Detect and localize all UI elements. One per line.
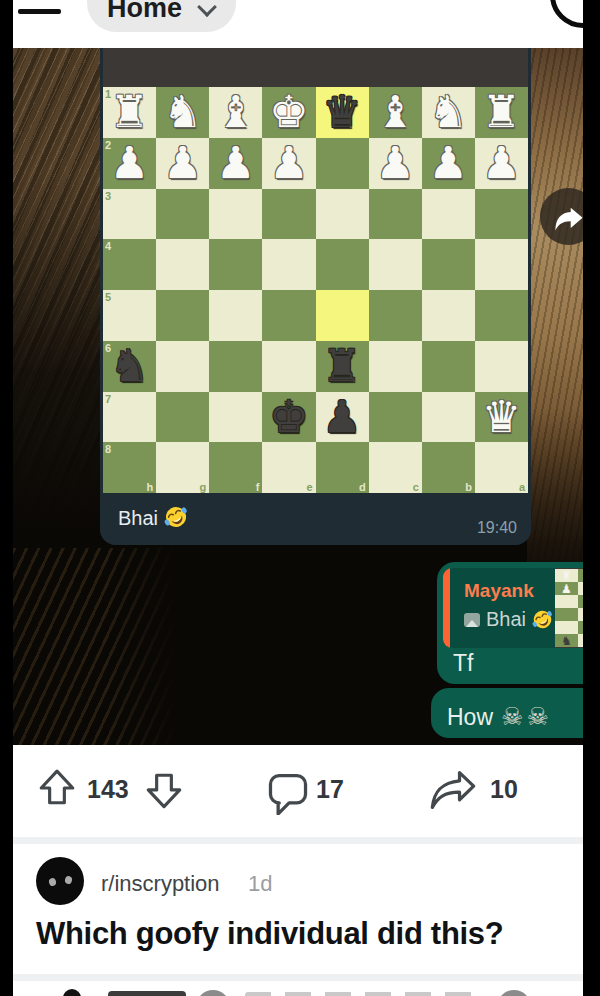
square-e1: ♚	[262, 87, 315, 138]
reddit-top-bar: Home	[13, 0, 583, 48]
black-king-e7: ♚	[269, 395, 308, 439]
square-h1: ♜1	[103, 87, 156, 138]
square-d5	[316, 290, 369, 341]
rank-label-1: 1	[105, 88, 111, 100]
black-queen-d1: ♛	[322, 90, 361, 134]
partial-dashes	[245, 992, 475, 996]
square-h4: 4	[103, 239, 156, 290]
message-time: 19:40	[477, 519, 517, 537]
square-e8: e	[262, 442, 315, 493]
square-e5	[262, 290, 315, 341]
square-b8: b	[422, 442, 475, 493]
file-label-a: a	[519, 481, 525, 493]
wood-wallpaper-bottom	[13, 548, 183, 745]
square-e3	[262, 189, 315, 240]
thumb-piece: ♞	[561, 635, 572, 647]
file-label-b: b	[465, 481, 472, 493]
upvote-button[interactable]	[35, 767, 79, 809]
square-g4	[156, 239, 209, 290]
square-a2: ♟	[475, 138, 528, 189]
upvote-count: 143	[87, 775, 129, 804]
square-e2: ♟	[262, 138, 315, 189]
share-count: 10	[490, 775, 518, 804]
square-a4	[475, 239, 528, 290]
black-knight-h6: ♞	[110, 344, 149, 388]
forward-arrow-icon	[552, 200, 584, 234]
file-label-d: d	[359, 481, 366, 493]
square-a1: ♜	[475, 87, 528, 138]
thumb-square	[578, 621, 583, 634]
next-content-partial-row	[13, 981, 583, 996]
thumb-square: ♞	[555, 634, 578, 647]
white-pawn-e2: ♟	[269, 141, 308, 185]
thumb-piece: ♜	[561, 570, 572, 582]
quoted-board-thumbnail: ♜♞♟♟♞	[555, 568, 583, 648]
square-f2: ♟	[209, 138, 262, 189]
square-c4	[369, 239, 422, 290]
avatar-eye	[48, 877, 57, 887]
thumb-square	[555, 621, 578, 634]
rank-label-8: 8	[105, 443, 111, 455]
white-pawn-f2: ♟	[216, 141, 255, 185]
square-a3	[475, 189, 528, 240]
square-a5	[475, 290, 528, 341]
file-label-g: g	[200, 481, 207, 493]
file-label-e: e	[306, 481, 312, 493]
square-e6	[262, 341, 315, 392]
home-feed-selector[interactable]: Home	[87, 0, 236, 32]
white-knight-b1: ♞	[429, 90, 468, 134]
square-h2: ♟2	[103, 138, 156, 189]
wood-wallpaper-left	[13, 48, 109, 608]
square-g5	[156, 290, 209, 341]
reply-text: How☠☠ 19	[447, 702, 583, 731]
square-c3	[369, 189, 422, 240]
white-king-e1: ♚	[269, 90, 308, 134]
rank-label-4: 4	[105, 240, 111, 252]
chat-bubble-incoming: ♜1♞♝♚♛♝♞♜♟2♟♟♟♟♟♟345♞6♜7♚♟♛8hgfedcba Bha…	[100, 48, 531, 545]
file-label-c: c	[413, 481, 419, 493]
rank-label-2: 2	[105, 139, 111, 151]
home-label: Home	[107, 0, 182, 24]
square-f4	[209, 239, 262, 290]
reply-text: Tf 19	[453, 650, 583, 677]
square-g7	[156, 392, 209, 443]
message-caption-bar: Bhai 19:40	[100, 493, 531, 545]
post-title[interactable]: Which goofy individual did this?	[36, 916, 503, 952]
quote-text: Bhai	[464, 608, 553, 631]
square-c6	[369, 341, 422, 392]
chevron-down-icon	[197, 0, 217, 17]
square-h3: 3	[103, 189, 156, 240]
thumb-square	[555, 608, 578, 621]
square-d4	[316, 239, 369, 290]
square-f8: f	[209, 442, 262, 493]
square-f3	[209, 189, 262, 240]
white-bishop-c1: ♝	[375, 90, 414, 134]
share-button[interactable]	[428, 768, 478, 812]
thumb-square: ♞	[578, 569, 583, 582]
post-image-chess-chat[interactable]: ♜1♞♝♚♛♝♞♜♟2♟♟♟♟♟♟345♞6♜7♚♟♛8hgfedcba Bha…	[13, 48, 583, 745]
rank-label-3: 3	[105, 190, 111, 202]
subreddit-name[interactable]: r/inscryption	[101, 871, 220, 897]
partial-circle	[196, 990, 230, 996]
white-pawn-c2: ♟	[375, 141, 414, 185]
avatar-eye	[64, 875, 73, 885]
rofl-laughing-emoji	[164, 505, 188, 529]
black-rook-d6: ♜	[322, 344, 361, 388]
square-a8: a	[475, 442, 528, 493]
file-label-h: h	[146, 481, 153, 493]
thumb-square	[578, 634, 583, 647]
chat-bubble-reply-tf: Mayank Bhai ♜♞♟♟♞ Tf 19	[437, 562, 583, 684]
square-b4	[422, 239, 475, 290]
photo-icon	[464, 613, 480, 627]
square-g3	[156, 189, 209, 240]
quote-accent-bar	[443, 568, 450, 648]
partial-dot	[63, 989, 81, 996]
square-c5	[369, 290, 422, 341]
square-f7	[209, 392, 262, 443]
white-pawn-h2: ♟	[110, 141, 149, 185]
chess-board: ♜1♞♝♚♛♝♞♜♟2♟♟♟♟♟♟345♞6♜7♚♟♛8hgfedcba	[103, 87, 528, 493]
app-content: Home ♜1♞♝♚♛♝♞♜♟2♟♟♟♟♟♟345♞6♜7♚♟♛8hgfedcb…	[13, 0, 583, 996]
thumb-square	[578, 608, 583, 621]
white-bishop-f1: ♝	[216, 90, 255, 134]
square-f1: ♝	[209, 87, 262, 138]
square-d3	[316, 189, 369, 240]
square-c8: c	[369, 442, 422, 493]
white-pawn-g2: ♟	[163, 141, 202, 185]
rofl-laughing-emoji	[532, 609, 553, 630]
board-app-header-strip	[103, 48, 528, 87]
square-d1: ♛	[316, 87, 369, 138]
white-rook-a1: ♜	[482, 90, 521, 134]
square-a7: ♛	[475, 392, 528, 443]
chat-bubble-reply-how: How☠☠ 19	[431, 688, 583, 738]
square-d7: ♟	[316, 392, 369, 443]
square-b2: ♟	[422, 138, 475, 189]
partial-circle	[497, 990, 531, 996]
next-post: r/inscryption 1d Which goofy individual …	[13, 844, 583, 974]
white-pawn-a2: ♟	[482, 141, 521, 185]
square-e4	[262, 239, 315, 290]
white-knight-g1: ♞	[163, 90, 202, 134]
rank-label-7: 7	[105, 393, 111, 405]
thumb-square	[555, 595, 578, 608]
profile-avatar-ring[interactable]	[550, 0, 583, 28]
thumb-square	[578, 595, 583, 608]
square-f6	[209, 341, 262, 392]
white-queen-a7: ♛	[482, 395, 521, 439]
skull-emoji: ☠☠	[501, 702, 552, 731]
square-d6: ♜	[316, 341, 369, 392]
square-g6	[156, 341, 209, 392]
phone-screenshot: Home ♜1♞♝♚♛♝♞♜♟2♟♟♟♟♟♟345♞6♜7♚♟♛8hgfedcb…	[0, 0, 600, 996]
quoted-message: Mayank Bhai ♜♞♟♟♞	[443, 568, 583, 648]
square-c2: ♟	[369, 138, 422, 189]
square-b1: ♞	[422, 87, 475, 138]
square-g2: ♟	[156, 138, 209, 189]
post-divider	[13, 837, 583, 844]
post-action-bar: 143 17 10	[13, 745, 583, 837]
partial-bar	[108, 991, 186, 996]
square-b6	[422, 341, 475, 392]
post-divider	[13, 974, 583, 981]
rank-label-6: 6	[105, 342, 111, 354]
thumb-square: ♟	[578, 582, 583, 595]
menu-icon[interactable]	[18, 9, 61, 14]
thumb-square: ♟	[555, 582, 578, 595]
square-f5	[209, 290, 262, 341]
square-h6: ♞6	[103, 341, 156, 392]
post-age: 1d	[248, 871, 272, 897]
square-e7: ♚	[262, 392, 315, 443]
quote-author: Mayank	[464, 580, 534, 602]
comment-button[interactable]	[265, 769, 311, 815]
square-d2	[316, 138, 369, 189]
square-a6	[475, 341, 528, 392]
square-g1: ♞	[156, 87, 209, 138]
subreddit-avatar[interactable]	[36, 857, 84, 905]
square-b7	[422, 392, 475, 443]
square-d8: d	[316, 442, 369, 493]
square-b5	[422, 290, 475, 341]
black-pawn-d7: ♟	[322, 395, 361, 439]
square-h7: 7	[103, 392, 156, 443]
square-h5: 5	[103, 290, 156, 341]
downvote-button[interactable]	[142, 771, 186, 813]
caption-text: Bhai	[118, 505, 188, 530]
rank-label-5: 5	[105, 291, 111, 303]
square-c7	[369, 392, 422, 443]
comment-count: 17	[316, 775, 344, 804]
file-label-f: f	[256, 481, 260, 493]
thumb-piece: ♟	[561, 583, 572, 595]
square-g8: g	[156, 442, 209, 493]
thumb-square: ♜	[555, 569, 578, 582]
white-rook-h1: ♜	[110, 90, 149, 134]
square-c1: ♝	[369, 87, 422, 138]
white-pawn-b2: ♟	[429, 141, 468, 185]
wood-wallpaper-right	[527, 48, 583, 648]
square-b3	[422, 189, 475, 240]
square-h8: 8h	[103, 442, 156, 493]
